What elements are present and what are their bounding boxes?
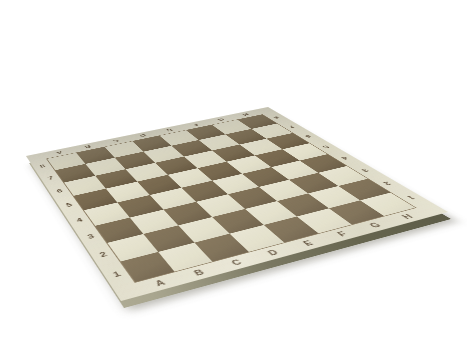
photo-stage: ABCDEFGH ABCDEFGH 87654321 87654321 [0,0,467,350]
